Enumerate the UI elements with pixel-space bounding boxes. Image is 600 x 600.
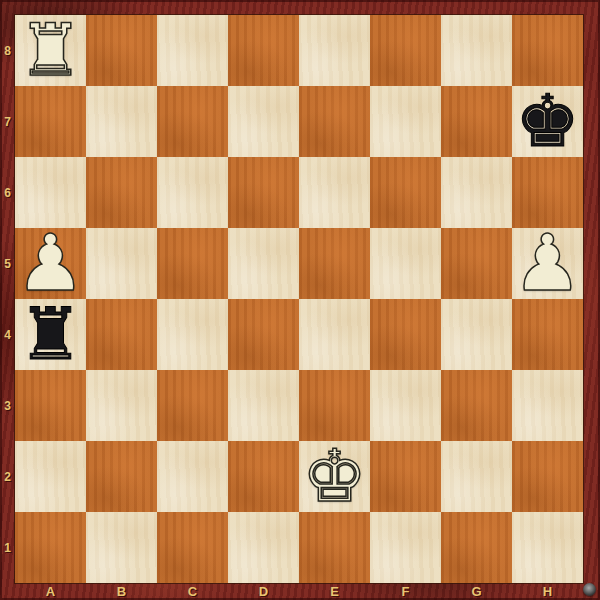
file-labels: ABCDEFGH bbox=[15, 583, 583, 600]
square-f3[interactable] bbox=[370, 370, 441, 441]
square-h1[interactable] bbox=[512, 512, 583, 583]
piece-white-pawn[interactable]: ♟ bbox=[513, 228, 583, 299]
file-label-C: C bbox=[157, 583, 228, 600]
square-e4[interactable] bbox=[299, 299, 370, 370]
square-b3[interactable] bbox=[86, 370, 157, 441]
file-label-E: E bbox=[299, 583, 370, 600]
square-h7[interactable]: ♚ bbox=[512, 86, 583, 157]
square-b1[interactable] bbox=[86, 512, 157, 583]
square-b7[interactable] bbox=[86, 86, 157, 157]
rank-label-1: 1 bbox=[0, 512, 15, 583]
rank-label-5: 5 bbox=[0, 228, 15, 299]
square-f7[interactable] bbox=[370, 86, 441, 157]
file-label-H: H bbox=[512, 583, 583, 600]
rank-label-2: 2 bbox=[0, 441, 15, 512]
square-d8[interactable] bbox=[228, 15, 299, 86]
square-f1[interactable] bbox=[370, 512, 441, 583]
file-label-A: A bbox=[15, 583, 86, 600]
rank-labels: 87654321 bbox=[0, 15, 15, 583]
square-d5[interactable] bbox=[228, 228, 299, 299]
square-d7[interactable] bbox=[228, 86, 299, 157]
square-c2[interactable] bbox=[157, 441, 228, 512]
file-label-F: F bbox=[370, 583, 441, 600]
square-b5[interactable] bbox=[86, 228, 157, 299]
square-c7[interactable] bbox=[157, 86, 228, 157]
rank-label-7: 7 bbox=[0, 86, 15, 157]
square-e2[interactable]: ♚ bbox=[299, 441, 370, 512]
square-a4[interactable]: ♜ bbox=[15, 299, 86, 370]
square-h4[interactable] bbox=[512, 299, 583, 370]
square-e1[interactable] bbox=[299, 512, 370, 583]
chess-board: ♜♚♟♟♜♚ bbox=[15, 15, 583, 583]
square-c5[interactable] bbox=[157, 228, 228, 299]
square-e3[interactable] bbox=[299, 370, 370, 441]
square-e7[interactable] bbox=[299, 86, 370, 157]
square-a3[interactable] bbox=[15, 370, 86, 441]
file-label-B: B bbox=[86, 583, 157, 600]
square-e8[interactable] bbox=[299, 15, 370, 86]
square-b2[interactable] bbox=[86, 441, 157, 512]
square-h8[interactable] bbox=[512, 15, 583, 86]
square-g6[interactable] bbox=[441, 157, 512, 228]
square-a7[interactable] bbox=[15, 86, 86, 157]
piece-white-pawn[interactable]: ♟ bbox=[16, 228, 86, 299]
square-b8[interactable] bbox=[86, 15, 157, 86]
rank-label-4: 4 bbox=[0, 299, 15, 370]
square-d6[interactable] bbox=[228, 157, 299, 228]
file-label-G: G bbox=[441, 583, 512, 600]
square-a5[interactable]: ♟ bbox=[15, 228, 86, 299]
square-g1[interactable] bbox=[441, 512, 512, 583]
square-c4[interactable] bbox=[157, 299, 228, 370]
square-g5[interactable] bbox=[441, 228, 512, 299]
piece-black-king[interactable]: ♚ bbox=[515, 86, 580, 157]
square-e5[interactable] bbox=[299, 228, 370, 299]
side-to-move-indicator bbox=[583, 583, 596, 596]
square-a2[interactable] bbox=[15, 441, 86, 512]
square-g3[interactable] bbox=[441, 370, 512, 441]
rank-label-6: 6 bbox=[0, 157, 15, 228]
square-h2[interactable] bbox=[512, 441, 583, 512]
board-frame: ♜♚♟♟♜♚ 87654321 ABCDEFGH bbox=[0, 0, 600, 600]
square-c8[interactable] bbox=[157, 15, 228, 86]
square-g7[interactable] bbox=[441, 86, 512, 157]
square-e6[interactable] bbox=[299, 157, 370, 228]
piece-white-rook[interactable]: ♜ bbox=[18, 15, 83, 86]
square-b6[interactable] bbox=[86, 157, 157, 228]
square-c3[interactable] bbox=[157, 370, 228, 441]
square-f5[interactable] bbox=[370, 228, 441, 299]
square-c1[interactable] bbox=[157, 512, 228, 583]
piece-black-rook[interactable]: ♜ bbox=[18, 299, 83, 370]
square-d3[interactable] bbox=[228, 370, 299, 441]
square-g4[interactable] bbox=[441, 299, 512, 370]
rank-label-8: 8 bbox=[0, 15, 15, 86]
square-d2[interactable] bbox=[228, 441, 299, 512]
square-d4[interactable] bbox=[228, 299, 299, 370]
square-d1[interactable] bbox=[228, 512, 299, 583]
square-g2[interactable] bbox=[441, 441, 512, 512]
piece-white-king[interactable]: ♚ bbox=[302, 441, 367, 512]
square-a1[interactable] bbox=[15, 512, 86, 583]
square-f8[interactable] bbox=[370, 15, 441, 86]
square-a8[interactable]: ♜ bbox=[15, 15, 86, 86]
file-label-D: D bbox=[228, 583, 299, 600]
square-f2[interactable] bbox=[370, 441, 441, 512]
square-h3[interactable] bbox=[512, 370, 583, 441]
square-g8[interactable] bbox=[441, 15, 512, 86]
square-f6[interactable] bbox=[370, 157, 441, 228]
square-f4[interactable] bbox=[370, 299, 441, 370]
square-h5[interactable]: ♟ bbox=[512, 228, 583, 299]
rank-label-3: 3 bbox=[0, 370, 15, 441]
square-c6[interactable] bbox=[157, 157, 228, 228]
square-b4[interactable] bbox=[86, 299, 157, 370]
